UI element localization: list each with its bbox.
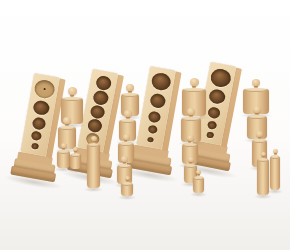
cylinder-knob — [253, 106, 261, 113]
cylinder-hole — [206, 120, 216, 130]
cylinder-hole — [33, 78, 56, 99]
cylinder-knob — [196, 170, 201, 174]
cylinder-knob — [125, 176, 130, 180]
cylinder-knob — [261, 152, 266, 156]
cylinder-knob — [121, 156, 128, 162]
cylinder-hole — [92, 89, 109, 106]
cylinder-hole — [147, 137, 154, 143]
cylinder-knob — [68, 87, 77, 95]
knobbed-cylinder — [87, 136, 100, 190]
cylinder-knob — [190, 78, 199, 86]
cylinder-hole — [31, 143, 39, 150]
cylinder-knob — [252, 79, 260, 86]
cylinder-knob — [273, 149, 278, 153]
cylinder-knob — [61, 143, 67, 148]
cylinder-hole — [148, 110, 162, 123]
cylinder-hole — [206, 131, 214, 138]
cylinder-hole — [149, 92, 166, 108]
cylinder-hole — [150, 72, 172, 92]
cylinder-hole — [32, 99, 50, 116]
cylinder-knob — [256, 131, 263, 137]
knobbed-cylinder — [70, 147, 81, 171]
cylinder-knob — [91, 136, 97, 141]
cylinder-hole — [87, 118, 103, 133]
cylinder-knob — [187, 135, 194, 141]
knobbed-cylinder — [270, 149, 280, 192]
cylinder-hole — [147, 125, 157, 134]
cylinder-knob — [73, 147, 78, 151]
cylinder-hole — [89, 104, 105, 119]
knobbed-cylinder — [193, 170, 204, 195]
cylinder-knob — [123, 134, 130, 140]
cylinder-knob — [63, 117, 71, 124]
cylinder-body — [121, 183, 133, 196]
cylinder-hole — [208, 89, 226, 106]
knobbed-cylinder — [121, 176, 133, 198]
cylinder-knob — [188, 157, 194, 162]
cylinder-body — [70, 154, 81, 169]
cylinder-body — [87, 144, 100, 188]
photo-scene — [0, 0, 290, 250]
cylinder-knob — [126, 84, 134, 91]
cylinder-knob — [187, 108, 195, 115]
cylinder-hole — [207, 106, 221, 119]
knobbed-cylinder — [57, 143, 70, 170]
cylinder-body — [57, 151, 70, 168]
cylinder-hole — [94, 75, 111, 92]
cylinder-hole — [209, 67, 232, 88]
cylinder-body — [193, 177, 204, 193]
cylinder-knob — [124, 110, 132, 117]
cylinder-hole — [31, 131, 42, 142]
cylinder-hole — [31, 116, 46, 130]
cylinder-body — [270, 156, 280, 190]
